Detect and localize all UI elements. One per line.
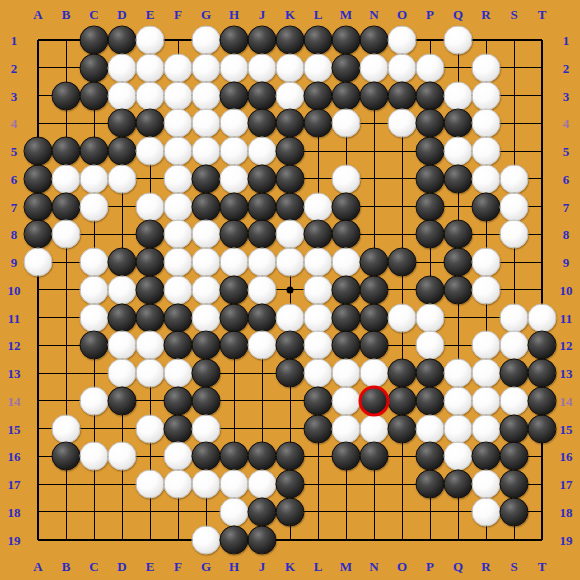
- column-label-bottom: F: [174, 560, 182, 573]
- black-stone-A5[interactable]: [24, 137, 53, 166]
- black-stone-R16[interactable]: [472, 442, 501, 471]
- white-stone-G15[interactable]: [192, 414, 221, 443]
- white-stone-D16[interactable]: [108, 442, 137, 471]
- white-stone-D13[interactable]: [108, 359, 137, 388]
- black-stone-R7[interactable]: [472, 192, 501, 221]
- white-stone-O4[interactable]: [388, 109, 417, 138]
- white-stone-O2[interactable]: [388, 53, 417, 82]
- black-stone-H8[interactable]: [220, 220, 249, 249]
- white-stone-K3[interactable]: [276, 81, 305, 110]
- white-stone-R3[interactable]: [472, 81, 501, 110]
- row-label-right: 3: [563, 89, 570, 102]
- column-label-top: E: [146, 8, 155, 21]
- black-stone-J4[interactable]: [248, 109, 277, 138]
- white-stone-R13[interactable]: [472, 359, 501, 388]
- black-stone-F11[interactable]: [164, 303, 193, 332]
- white-stone-D3[interactable]: [108, 81, 137, 110]
- black-stone-H12[interactable]: [220, 331, 249, 360]
- black-stone-H10[interactable]: [220, 275, 249, 304]
- row-label-right: 10: [560, 283, 573, 296]
- black-stone-K7[interactable]: [276, 192, 305, 221]
- black-stone-J3[interactable]: [248, 81, 277, 110]
- black-stone-M3[interactable]: [332, 81, 361, 110]
- column-label-top: B: [62, 8, 71, 21]
- row-label-left: 12: [8, 339, 21, 352]
- white-stone-S14[interactable]: [500, 386, 529, 415]
- white-stone-L11[interactable]: [304, 303, 333, 332]
- column-label-bottom: G: [201, 560, 211, 573]
- white-stone-L7[interactable]: [304, 192, 333, 221]
- last-move-marker: [359, 385, 390, 416]
- black-stone-J16[interactable]: [248, 442, 277, 471]
- column-label-top: A: [33, 8, 42, 21]
- black-stone-O9[interactable]: [388, 248, 417, 277]
- black-stone-P13[interactable]: [416, 359, 445, 388]
- white-stone-K11[interactable]: [276, 303, 305, 332]
- column-label-bottom: O: [397, 560, 407, 573]
- black-stone-L4[interactable]: [304, 109, 333, 138]
- white-stone-H5[interactable]: [220, 137, 249, 166]
- white-stone-G2[interactable]: [192, 53, 221, 82]
- white-stone-R15[interactable]: [472, 414, 501, 443]
- row-label-right: 16: [560, 450, 573, 463]
- black-stone-E4[interactable]: [136, 109, 165, 138]
- black-stone-A8[interactable]: [24, 220, 53, 249]
- white-stone-H2[interactable]: [220, 53, 249, 82]
- black-stone-T14[interactable]: [528, 386, 557, 415]
- white-stone-S12[interactable]: [500, 331, 529, 360]
- white-stone-M6[interactable]: [332, 164, 361, 193]
- row-label-right: 15: [560, 422, 573, 435]
- tengen-hoshi-dot: [287, 286, 294, 293]
- white-stone-F16[interactable]: [164, 442, 193, 471]
- black-stone-Q4[interactable]: [444, 109, 473, 138]
- white-stone-R2[interactable]: [472, 53, 501, 82]
- row-label-right: 18: [560, 505, 573, 518]
- black-stone-H3[interactable]: [220, 81, 249, 110]
- white-stone-F6[interactable]: [164, 164, 193, 193]
- black-stone-L8[interactable]: [304, 220, 333, 249]
- white-stone-R12[interactable]: [472, 331, 501, 360]
- white-stone-J9[interactable]: [248, 248, 277, 277]
- grid-line-vertical: [541, 40, 543, 540]
- black-stone-P8[interactable]: [416, 220, 445, 249]
- white-stone-F13[interactable]: [164, 359, 193, 388]
- white-stone-E2[interactable]: [136, 53, 165, 82]
- row-label-right: 6: [563, 172, 570, 185]
- column-label-bottom: N: [369, 560, 378, 573]
- black-stone-L15[interactable]: [304, 414, 333, 443]
- black-stone-J1[interactable]: [248, 26, 277, 55]
- black-stone-H16[interactable]: [220, 442, 249, 471]
- white-stone-N13[interactable]: [360, 359, 389, 388]
- white-stone-C6[interactable]: [80, 164, 109, 193]
- black-stone-C12[interactable]: [80, 331, 109, 360]
- black-stone-M16[interactable]: [332, 442, 361, 471]
- white-stone-C10[interactable]: [80, 275, 109, 304]
- row-label-right: 5: [563, 145, 570, 158]
- white-stone-J17[interactable]: [248, 470, 277, 499]
- white-stone-F4[interactable]: [164, 109, 193, 138]
- black-stone-K4[interactable]: [276, 109, 305, 138]
- white-stone-J2[interactable]: [248, 53, 277, 82]
- white-stone-Q1[interactable]: [444, 26, 473, 55]
- white-stone-P15[interactable]: [416, 414, 445, 443]
- black-stone-C3[interactable]: [80, 81, 109, 110]
- white-stone-Q15[interactable]: [444, 414, 473, 443]
- white-stone-Q16[interactable]: [444, 442, 473, 471]
- black-stone-N12[interactable]: [360, 331, 389, 360]
- black-stone-B7[interactable]: [52, 192, 81, 221]
- black-stone-B16[interactable]: [52, 442, 81, 471]
- row-label-right: 8: [563, 228, 570, 241]
- black-stone-O13[interactable]: [388, 359, 417, 388]
- column-label-bottom: P: [426, 560, 434, 573]
- black-stone-S16[interactable]: [500, 442, 529, 471]
- black-stone-K5[interactable]: [276, 137, 305, 166]
- row-label-left: 6: [11, 172, 18, 185]
- row-label-left: 9: [11, 256, 18, 269]
- black-stone-O15[interactable]: [388, 414, 417, 443]
- black-stone-N1[interactable]: [360, 26, 389, 55]
- white-stone-E12[interactable]: [136, 331, 165, 360]
- white-stone-E15[interactable]: [136, 414, 165, 443]
- column-label-top: J: [259, 8, 266, 21]
- black-stone-N10[interactable]: [360, 275, 389, 304]
- black-stone-N9[interactable]: [360, 248, 389, 277]
- black-stone-B5[interactable]: [52, 137, 81, 166]
- black-stone-Q6[interactable]: [444, 164, 473, 193]
- white-stone-C9[interactable]: [80, 248, 109, 277]
- black-stone-N3[interactable]: [360, 81, 389, 110]
- row-label-right: 19: [560, 533, 573, 546]
- row-label-right: 4: [563, 117, 570, 130]
- black-stone-L1[interactable]: [304, 26, 333, 55]
- black-stone-F12[interactable]: [164, 331, 193, 360]
- black-stone-S15[interactable]: [500, 414, 529, 443]
- column-label-top: M: [340, 8, 352, 21]
- white-stone-G5[interactable]: [192, 137, 221, 166]
- white-stone-M13[interactable]: [332, 359, 361, 388]
- black-stone-A7[interactable]: [24, 192, 53, 221]
- white-stone-R5[interactable]: [472, 137, 501, 166]
- black-stone-K16[interactable]: [276, 442, 305, 471]
- white-stone-Q5[interactable]: [444, 137, 473, 166]
- column-label-top: H: [229, 8, 239, 21]
- white-stone-F10[interactable]: [164, 275, 193, 304]
- column-label-top: R: [481, 8, 490, 21]
- column-label-top: S: [510, 8, 517, 21]
- row-label-left: 13: [8, 367, 21, 380]
- black-stone-S13[interactable]: [500, 359, 529, 388]
- black-stone-N16[interactable]: [360, 442, 389, 471]
- black-stone-S17[interactable]: [500, 470, 529, 499]
- white-stone-D2[interactable]: [108, 53, 137, 82]
- white-stone-N15[interactable]: [360, 414, 389, 443]
- black-stone-P17[interactable]: [416, 470, 445, 499]
- black-stone-M10[interactable]: [332, 275, 361, 304]
- white-stone-S8[interactable]: [500, 220, 529, 249]
- black-stone-B3[interactable]: [52, 81, 81, 110]
- white-stone-F3[interactable]: [164, 81, 193, 110]
- white-stone-B15[interactable]: [52, 414, 81, 443]
- black-stone-M8[interactable]: [332, 220, 361, 249]
- white-stone-F7[interactable]: [164, 192, 193, 221]
- row-label-right: 9: [563, 256, 570, 269]
- black-stone-K12[interactable]: [276, 331, 305, 360]
- column-label-top: D: [117, 8, 126, 21]
- row-label-left: 14: [8, 394, 21, 407]
- black-stone-D5[interactable]: [108, 137, 137, 166]
- white-stone-B6[interactable]: [52, 164, 81, 193]
- column-label-bottom: R: [481, 560, 490, 573]
- white-stone-G3[interactable]: [192, 81, 221, 110]
- white-stone-G9[interactable]: [192, 248, 221, 277]
- white-stone-E17[interactable]: [136, 470, 165, 499]
- black-stone-E11[interactable]: [136, 303, 165, 332]
- white-stone-H6[interactable]: [220, 164, 249, 193]
- column-label-top: K: [285, 8, 295, 21]
- white-stone-A9[interactable]: [24, 248, 53, 277]
- white-stone-C14[interactable]: [80, 386, 109, 415]
- black-stone-E10[interactable]: [136, 275, 165, 304]
- column-label-top: P: [426, 8, 434, 21]
- black-stone-T15[interactable]: [528, 414, 557, 443]
- white-stone-P12[interactable]: [416, 331, 445, 360]
- black-stone-D4[interactable]: [108, 109, 137, 138]
- white-stone-H18[interactable]: [220, 497, 249, 526]
- white-stone-L12[interactable]: [304, 331, 333, 360]
- black-stone-T13[interactable]: [528, 359, 557, 388]
- row-label-left: 8: [11, 228, 18, 241]
- black-stone-Q17[interactable]: [444, 470, 473, 499]
- white-stone-M15[interactable]: [332, 414, 361, 443]
- white-stone-Q3[interactable]: [444, 81, 473, 110]
- white-stone-F8[interactable]: [164, 220, 193, 249]
- column-label-top: G: [201, 8, 211, 21]
- black-stone-G12[interactable]: [192, 331, 221, 360]
- black-stone-T12[interactable]: [528, 331, 557, 360]
- row-label-left: 1: [11, 34, 18, 47]
- black-stone-D1[interactable]: [108, 26, 137, 55]
- row-label-right: 7: [563, 200, 570, 213]
- white-stone-O1[interactable]: [388, 26, 417, 55]
- black-stone-D9[interactable]: [108, 248, 137, 277]
- white-stone-B8[interactable]: [52, 220, 81, 249]
- white-stone-S6[interactable]: [500, 164, 529, 193]
- white-stone-E13[interactable]: [136, 359, 165, 388]
- row-label-left: 2: [11, 61, 18, 74]
- white-stone-F2[interactable]: [164, 53, 193, 82]
- black-stone-K13[interactable]: [276, 359, 305, 388]
- white-stone-M9[interactable]: [332, 248, 361, 277]
- white-stone-K9[interactable]: [276, 248, 305, 277]
- column-label-bottom: E: [146, 560, 155, 573]
- black-stone-M12[interactable]: [332, 331, 361, 360]
- black-stone-J19[interactable]: [248, 525, 277, 554]
- white-stone-N2[interactable]: [360, 53, 389, 82]
- white-stone-F17[interactable]: [164, 470, 193, 499]
- black-stone-P4[interactable]: [416, 109, 445, 138]
- white-stone-F5[interactable]: [164, 137, 193, 166]
- black-stone-C1[interactable]: [80, 26, 109, 55]
- white-stone-H4[interactable]: [220, 109, 249, 138]
- white-stone-D6[interactable]: [108, 164, 137, 193]
- column-label-bottom: J: [259, 560, 266, 573]
- black-stone-P3[interactable]: [416, 81, 445, 110]
- black-stone-N11[interactable]: [360, 303, 389, 332]
- row-label-left: 17: [8, 478, 21, 491]
- white-stone-Q14[interactable]: [444, 386, 473, 415]
- row-label-left: 4: [11, 117, 18, 130]
- row-label-right: 17: [560, 478, 573, 491]
- column-label-bottom: A: [33, 560, 42, 573]
- white-stone-L9[interactable]: [304, 248, 333, 277]
- black-stone-F14[interactable]: [164, 386, 193, 415]
- black-stone-M7[interactable]: [332, 192, 361, 221]
- white-stone-H9[interactable]: [220, 248, 249, 277]
- white-stone-E3[interactable]: [136, 81, 165, 110]
- black-stone-P16[interactable]: [416, 442, 445, 471]
- white-stone-G11[interactable]: [192, 303, 221, 332]
- white-stone-R18[interactable]: [472, 497, 501, 526]
- black-stone-H7[interactable]: [220, 192, 249, 221]
- column-label-top: Q: [453, 8, 463, 21]
- white-stone-R4[interactable]: [472, 109, 501, 138]
- white-stone-R6[interactable]: [472, 164, 501, 193]
- black-stone-L14[interactable]: [304, 386, 333, 415]
- black-stone-H1[interactable]: [220, 26, 249, 55]
- black-stone-J18[interactable]: [248, 497, 277, 526]
- black-stone-P5[interactable]: [416, 137, 445, 166]
- black-stone-K6[interactable]: [276, 164, 305, 193]
- white-stone-R10[interactable]: [472, 275, 501, 304]
- white-stone-H17[interactable]: [220, 470, 249, 499]
- black-stone-G14[interactable]: [192, 386, 221, 415]
- white-stone-T11[interactable]: [528, 303, 557, 332]
- black-stone-G16[interactable]: [192, 442, 221, 471]
- column-label-bottom: L: [314, 560, 323, 573]
- black-stone-H11[interactable]: [220, 303, 249, 332]
- white-stone-R9[interactable]: [472, 248, 501, 277]
- white-stone-O11[interactable]: [388, 303, 417, 332]
- white-stone-R17[interactable]: [472, 470, 501, 499]
- white-stone-G17[interactable]: [192, 470, 221, 499]
- white-stone-Q13[interactable]: [444, 359, 473, 388]
- black-stone-G6[interactable]: [192, 164, 221, 193]
- black-stone-P14[interactable]: [416, 386, 445, 415]
- black-stone-P6[interactable]: [416, 164, 445, 193]
- row-label-right: 14: [560, 394, 573, 407]
- black-stone-G7[interactable]: [192, 192, 221, 221]
- black-stone-O14[interactable]: [388, 386, 417, 415]
- white-stone-G1[interactable]: [192, 26, 221, 55]
- black-stone-J6[interactable]: [248, 164, 277, 193]
- white-stone-J12[interactable]: [248, 331, 277, 360]
- black-stone-Q10[interactable]: [444, 275, 473, 304]
- row-label-left: 10: [8, 283, 21, 296]
- black-stone-E8[interactable]: [136, 220, 165, 249]
- black-stone-K18[interactable]: [276, 497, 305, 526]
- row-label-right: 1: [563, 34, 570, 47]
- white-stone-G8[interactable]: [192, 220, 221, 249]
- black-stone-C5[interactable]: [80, 137, 109, 166]
- black-stone-S18[interactable]: [500, 497, 529, 526]
- black-stone-K1[interactable]: [276, 26, 305, 55]
- black-stone-M11[interactable]: [332, 303, 361, 332]
- white-stone-P11[interactable]: [416, 303, 445, 332]
- black-stone-P7[interactable]: [416, 192, 445, 221]
- white-stone-M4[interactable]: [332, 109, 361, 138]
- row-label-left: 11: [8, 311, 20, 324]
- column-label-top: O: [397, 8, 407, 21]
- white-stone-D12[interactable]: [108, 331, 137, 360]
- white-stone-L10[interactable]: [304, 275, 333, 304]
- black-stone-C2[interactable]: [80, 53, 109, 82]
- white-stone-R14[interactable]: [472, 386, 501, 415]
- black-stone-G13[interactable]: [192, 359, 221, 388]
- black-stone-D11[interactable]: [108, 303, 137, 332]
- white-stone-G10[interactable]: [192, 275, 221, 304]
- white-stone-S7[interactable]: [500, 192, 529, 221]
- black-stone-O3[interactable]: [388, 81, 417, 110]
- white-stone-J5[interactable]: [248, 137, 277, 166]
- grid-line-horizontal: [38, 539, 542, 541]
- row-label-left: 15: [8, 422, 21, 435]
- white-stone-L13[interactable]: [304, 359, 333, 388]
- white-stone-J10[interactable]: [248, 275, 277, 304]
- black-stone-M1[interactable]: [332, 26, 361, 55]
- black-stone-F15[interactable]: [164, 414, 193, 443]
- black-stone-Q9[interactable]: [444, 248, 473, 277]
- white-stone-K8[interactable]: [276, 220, 305, 249]
- white-stone-C11[interactable]: [80, 303, 109, 332]
- white-stone-F9[interactable]: [164, 248, 193, 277]
- column-label-bottom: K: [285, 560, 295, 573]
- black-stone-J11[interactable]: [248, 303, 277, 332]
- black-stone-Q8[interactable]: [444, 220, 473, 249]
- row-label-left: 18: [8, 505, 21, 518]
- column-label-bottom: H: [229, 560, 239, 573]
- white-stone-E1[interactable]: [136, 26, 165, 55]
- black-stone-E9[interactable]: [136, 248, 165, 277]
- white-stone-L2[interactable]: [304, 53, 333, 82]
- white-stone-G19[interactable]: [192, 525, 221, 554]
- white-stone-G4[interactable]: [192, 109, 221, 138]
- row-label-left: 7: [11, 200, 18, 213]
- white-stone-K2[interactable]: [276, 53, 305, 82]
- black-stone-K17[interactable]: [276, 470, 305, 499]
- row-label-right: 11: [560, 311, 572, 324]
- white-stone-C7[interactable]: [80, 192, 109, 221]
- white-stone-P2[interactable]: [416, 53, 445, 82]
- black-stone-H19[interactable]: [220, 525, 249, 554]
- white-stone-D10[interactable]: [108, 275, 137, 304]
- column-label-bottom: D: [117, 560, 126, 573]
- white-stone-M14[interactable]: [332, 386, 361, 415]
- black-stone-J7[interactable]: [248, 192, 277, 221]
- black-stone-D14[interactable]: [108, 386, 137, 415]
- black-stone-L3[interactable]: [304, 81, 333, 110]
- white-stone-C16[interactable]: [80, 442, 109, 471]
- black-stone-M2[interactable]: [332, 53, 361, 82]
- white-stone-E7[interactable]: [136, 192, 165, 221]
- black-stone-P10[interactable]: [416, 275, 445, 304]
- white-stone-S11[interactable]: [500, 303, 529, 332]
- black-stone-A6[interactable]: [24, 164, 53, 193]
- white-stone-E5[interactable]: [136, 137, 165, 166]
- black-stone-J8[interactable]: [248, 220, 277, 249]
